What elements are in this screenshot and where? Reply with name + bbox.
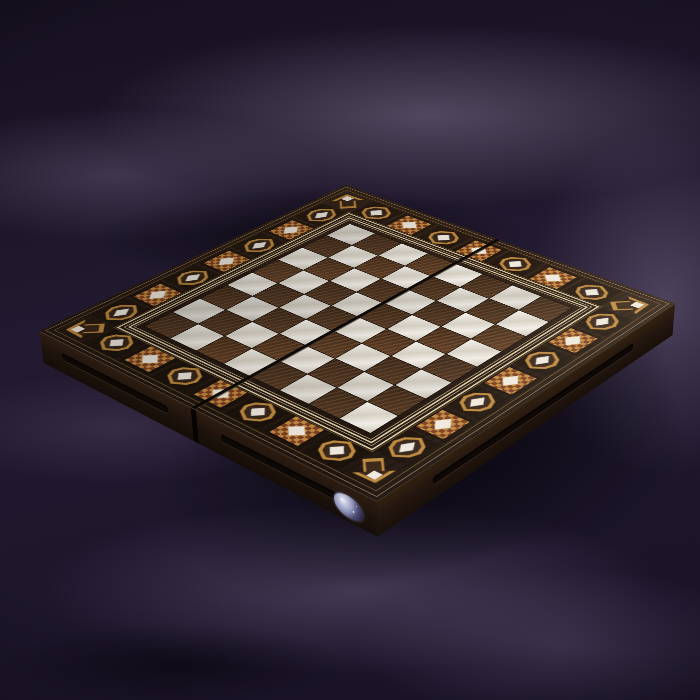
mosaic-cluster-motif <box>409 406 477 443</box>
board-square <box>496 310 548 336</box>
board-square <box>392 342 446 369</box>
photo-scene <box>0 0 700 700</box>
mosaic-cluster-motif <box>118 343 182 375</box>
fold-seam-edge <box>191 408 199 444</box>
mosaic-cluster-motif <box>187 377 253 412</box>
board-square <box>224 349 279 377</box>
mosaic-lozenge-motif <box>302 432 372 471</box>
board-square <box>395 370 451 399</box>
mosaic-lozenge-motif <box>372 428 442 467</box>
board-square <box>472 325 525 351</box>
mosaic-corner-motif <box>329 193 367 210</box>
board-square <box>334 317 387 343</box>
mosaic-lozenge-motif <box>571 307 633 337</box>
board-square <box>308 359 363 387</box>
board-square <box>252 334 306 361</box>
board-square <box>368 386 425 416</box>
board-square <box>171 324 224 350</box>
board-square <box>362 329 415 356</box>
board-square <box>417 327 470 354</box>
board-square <box>365 357 420 385</box>
board-square <box>340 402 398 433</box>
mosaic-cluster-motif <box>478 364 543 398</box>
board-square <box>388 315 441 341</box>
mosaic-lozenge-motif <box>85 327 148 358</box>
board-square <box>197 336 251 363</box>
mosaic-corner-motif <box>606 295 655 317</box>
board-square <box>225 322 278 348</box>
board-square <box>422 354 477 382</box>
board-square <box>280 346 334 374</box>
mosaic-lozenge-motif <box>510 344 574 377</box>
board-square <box>336 344 390 371</box>
mosaic-lozenge-motif <box>224 394 292 430</box>
board-square <box>338 372 394 401</box>
board-square <box>307 332 361 359</box>
mosaic-corner-motif <box>349 456 400 486</box>
mosaic-corner-motif <box>62 318 108 340</box>
board-square <box>280 320 333 346</box>
mosaic-lozenge-motif <box>152 360 217 393</box>
mosaic-cluster-motif <box>262 413 331 450</box>
mosaic-cluster-motif <box>541 325 604 357</box>
board-square <box>252 362 307 390</box>
board-square <box>310 388 367 418</box>
board-square <box>280 375 336 404</box>
board-square <box>447 339 501 366</box>
mosaic-lozenge-motif <box>444 385 511 421</box>
board-square <box>442 313 495 339</box>
